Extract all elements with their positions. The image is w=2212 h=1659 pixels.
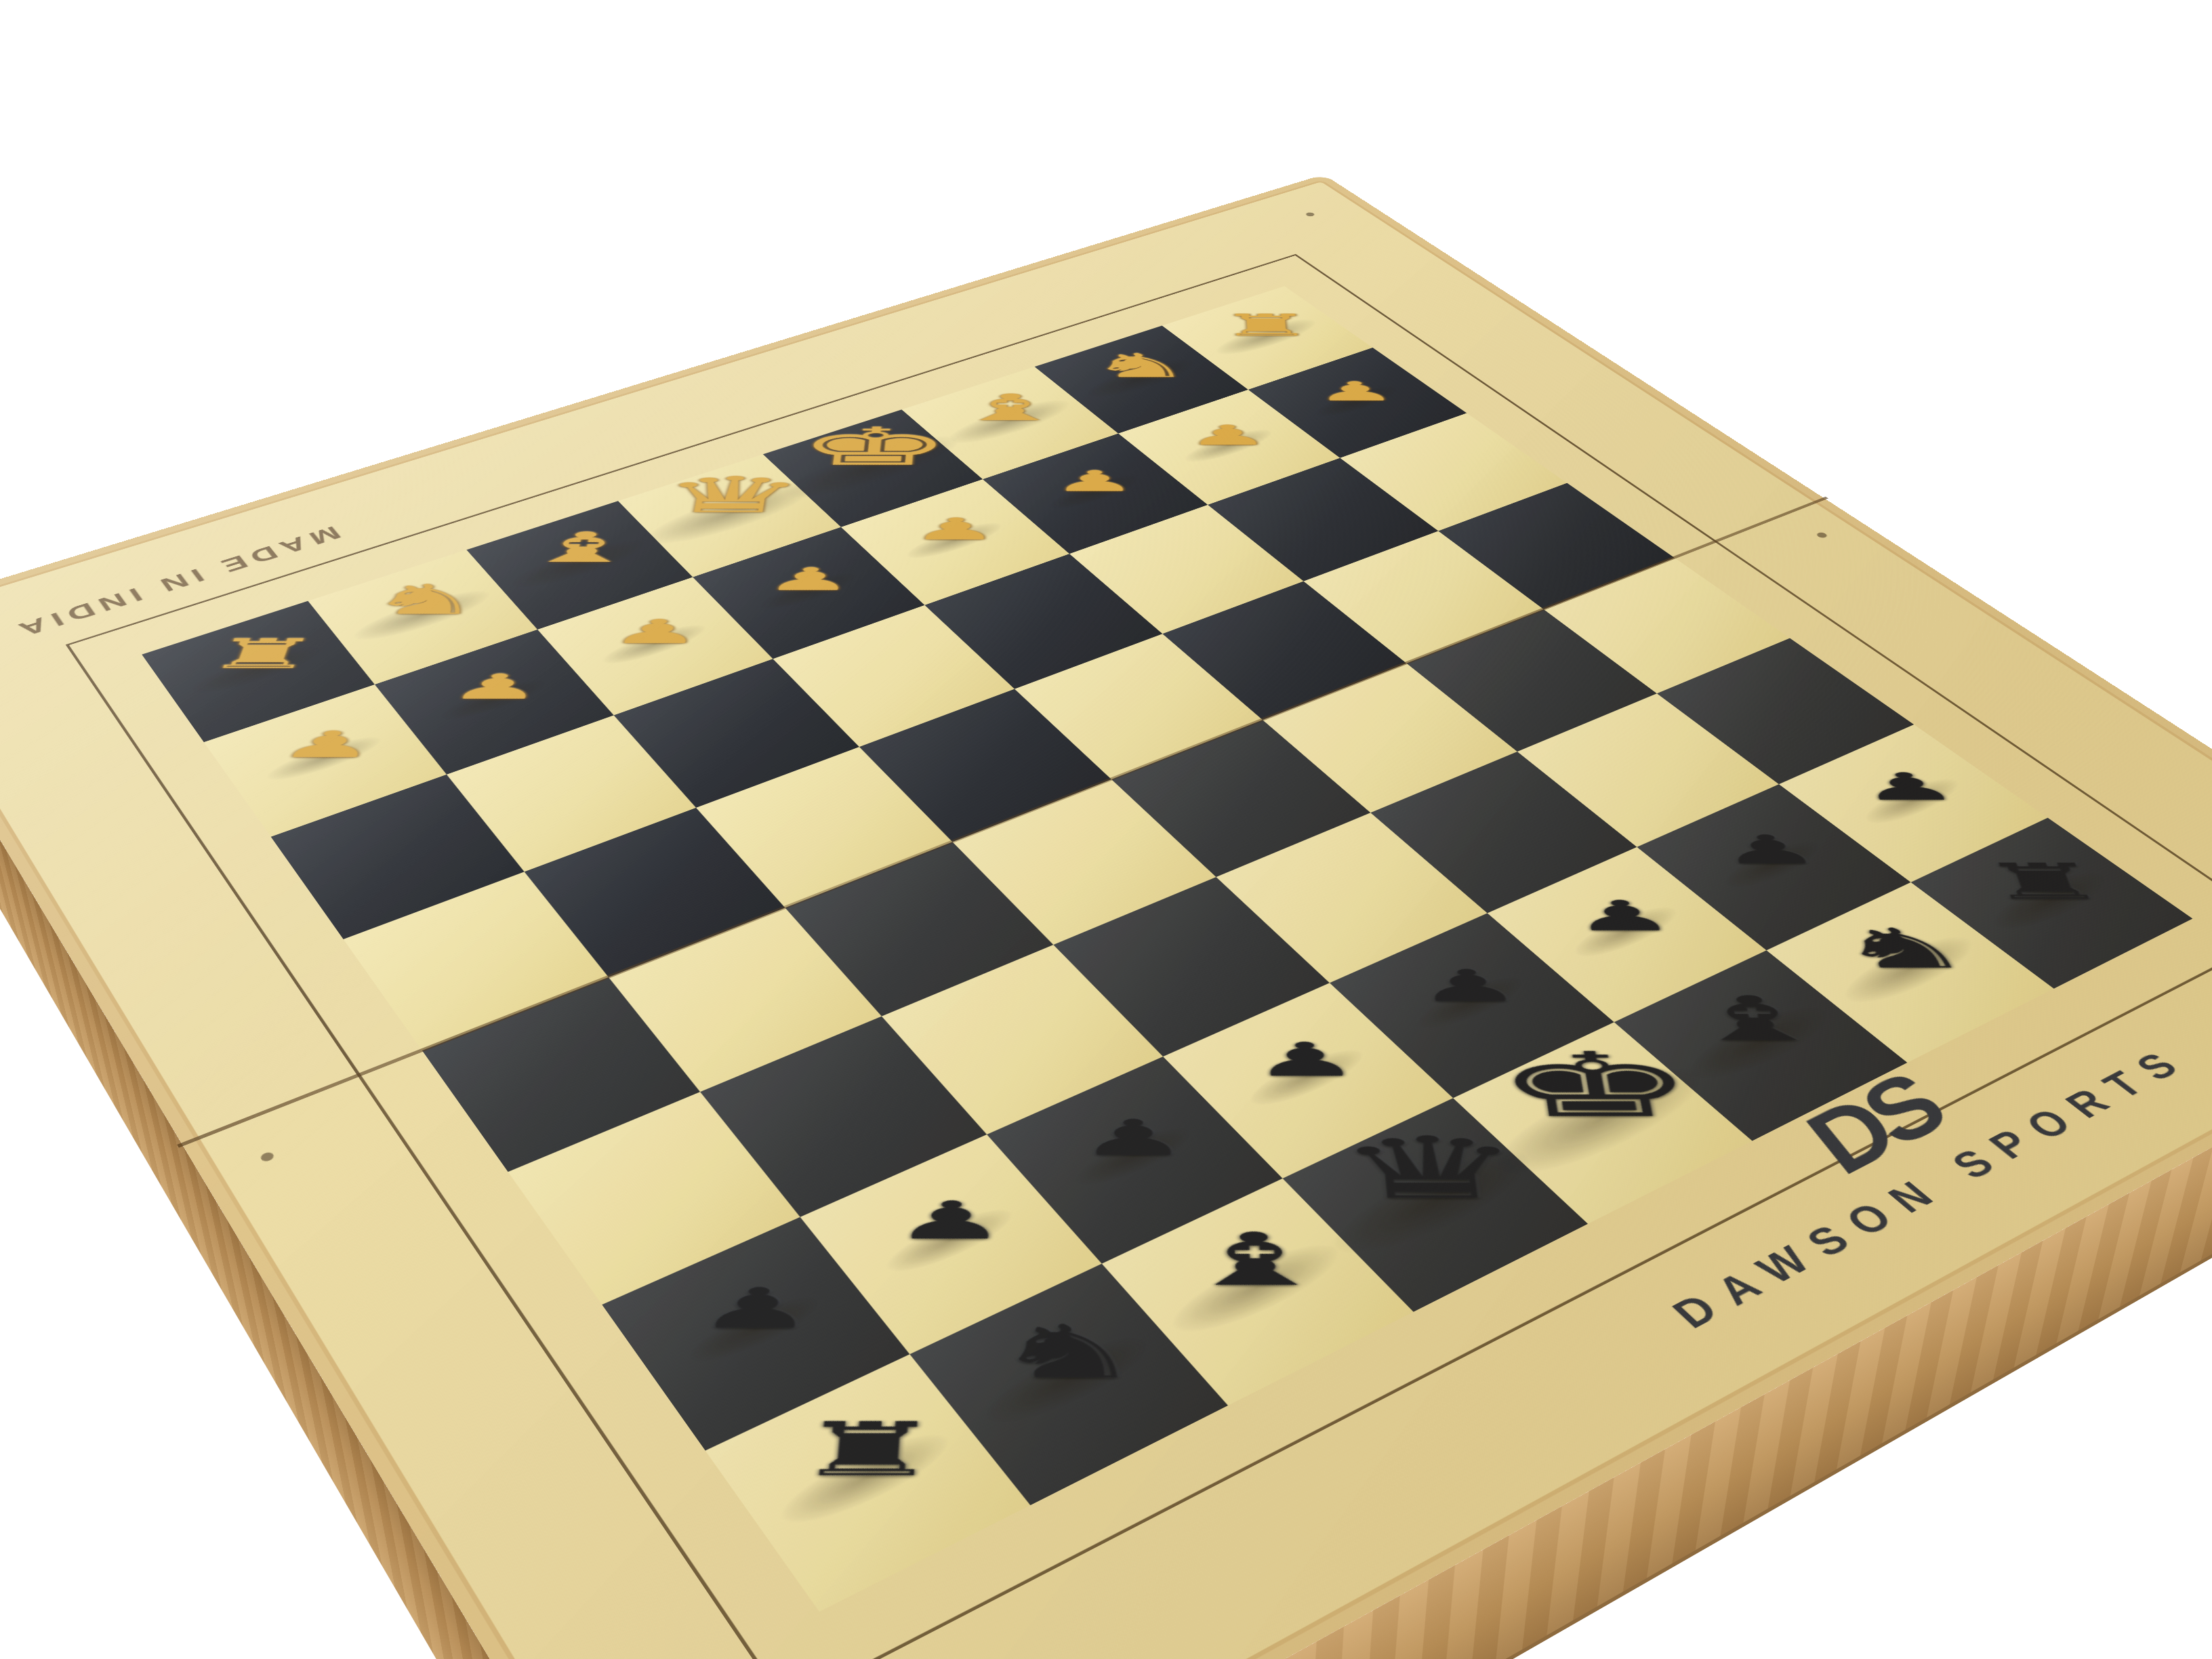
chess-board: MADE IN INDIA DS DAWSON SPORTS ♜♞♝♛♚♝♞♜♟… <box>0 174 2212 1659</box>
pin-dot-2 <box>1305 212 1316 218</box>
pin-dot-5 <box>259 1151 275 1162</box>
white-pawn-glyph: ♟ <box>445 670 548 704</box>
photo-stage: MADE IN INDIA DS DAWSON SPORTS ♜♞♝♛♚♝♞♜♟… <box>0 0 2212 1659</box>
white-rook-glyph: ♜ <box>199 634 325 674</box>
white-king-glyph: ♚ <box>792 421 954 473</box>
white-knight-glyph: ♞ <box>1089 349 1193 382</box>
white-rook-glyph: ♜ <box>1217 310 1315 340</box>
white-bishop-glyph: ♝ <box>518 527 647 568</box>
pin-dot-6 <box>1815 531 1828 539</box>
white-pawn-glyph: ♟ <box>608 615 705 649</box>
white-bishop-glyph: ♝ <box>953 390 1065 426</box>
white-pawn-glyph: ♟ <box>1186 422 1271 449</box>
white-pawn-glyph: ♟ <box>911 514 1000 544</box>
scene-3d: MADE IN INDIA DS DAWSON SPORTS ♜♞♝♛♚♝♞♜♟… <box>0 0 2212 1659</box>
white-pawn-glyph: ♟ <box>275 726 382 763</box>
white-pawn-glyph: ♟ <box>763 563 856 594</box>
white-pawn-glyph: ♟ <box>1313 378 1397 405</box>
white-knight-glyph: ♞ <box>363 579 490 620</box>
white-pawn-glyph: ♟ <box>1052 467 1137 495</box>
white-queen-glyph: ♛ <box>655 470 808 520</box>
